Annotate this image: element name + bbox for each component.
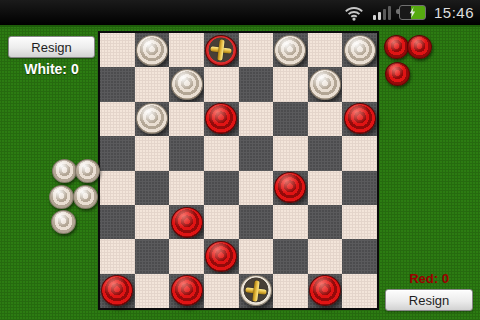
square-r3c3[interactable] <box>204 136 239 170</box>
square-r0c2[interactable] <box>169 33 204 67</box>
status-bar: 15:46 <box>0 0 480 25</box>
white-man-piece[interactable] <box>344 35 376 66</box>
square-r2c1[interactable] <box>135 102 170 136</box>
white-score-label: White: 0 <box>8 61 95 77</box>
square-r7c6[interactable] <box>308 274 343 308</box>
square-r0c3[interactable] <box>204 33 239 67</box>
square-r5c4[interactable] <box>239 205 274 239</box>
square-r4c5[interactable] <box>273 171 308 205</box>
square-r5c1[interactable] <box>135 205 170 239</box>
red-score-label: Red: 0 <box>385 271 473 286</box>
square-r0c0[interactable] <box>100 33 135 67</box>
square-r5c5[interactable] <box>273 205 308 239</box>
square-r6c6[interactable] <box>308 239 343 273</box>
square-r6c7[interactable] <box>342 239 377 273</box>
lightning-bolt-icon <box>408 7 417 18</box>
square-r4c7[interactable] <box>342 171 377 205</box>
square-r7c5[interactable] <box>273 274 308 308</box>
red-man-piece[interactable] <box>205 241 237 272</box>
square-r5c0[interactable] <box>100 205 135 239</box>
square-r2c2[interactable] <box>169 102 204 136</box>
square-r5c6[interactable] <box>308 205 343 239</box>
white-tray-piece <box>52 159 77 183</box>
square-r1c6[interactable] <box>308 67 343 101</box>
white-man-piece[interactable] <box>274 35 306 66</box>
wifi-icon <box>343 5 365 21</box>
white-man-piece[interactable] <box>171 69 203 100</box>
square-r3c6[interactable] <box>308 136 343 170</box>
square-r4c3[interactable] <box>204 171 239 205</box>
square-r1c3[interactable] <box>204 67 239 101</box>
square-r1c4[interactable] <box>239 67 274 101</box>
square-r4c1[interactable] <box>135 171 170 205</box>
clock-time: 15:46 <box>434 4 474 21</box>
square-r7c2[interactable] <box>169 274 204 308</box>
red-man-piece[interactable] <box>344 103 376 134</box>
board <box>98 31 379 310</box>
red-resign-button[interactable]: Resign <box>385 289 473 311</box>
square-r4c6[interactable] <box>308 171 343 205</box>
white-man-piece[interactable] <box>136 35 168 66</box>
square-r0c1[interactable] <box>135 33 170 67</box>
white-tray-piece <box>73 185 98 209</box>
red-man-piece[interactable] <box>309 275 341 306</box>
red-tray-piece <box>384 35 409 59</box>
square-r1c2[interactable] <box>169 67 204 101</box>
square-r0c5[interactable] <box>273 33 308 67</box>
square-r2c4[interactable] <box>239 102 274 136</box>
square-r4c2[interactable] <box>169 171 204 205</box>
red-tray-piece <box>407 35 432 59</box>
red-man-piece[interactable] <box>171 207 203 238</box>
white-man-piece[interactable] <box>136 103 168 134</box>
square-r7c1[interactable] <box>135 274 170 308</box>
red-man-piece[interactable] <box>274 172 306 203</box>
square-r4c0[interactable] <box>100 171 135 205</box>
square-r2c3[interactable] <box>204 102 239 136</box>
square-r5c2[interactable] <box>169 205 204 239</box>
square-r2c0[interactable] <box>100 102 135 136</box>
square-r3c5[interactable] <box>273 136 308 170</box>
square-r7c7[interactable] <box>342 274 377 308</box>
red-man-piece[interactable] <box>171 275 203 306</box>
square-r3c7[interactable] <box>342 136 377 170</box>
square-r3c1[interactable] <box>135 136 170 170</box>
square-r6c1[interactable] <box>135 239 170 273</box>
square-r6c5[interactable] <box>273 239 308 273</box>
square-r1c0[interactable] <box>100 67 135 101</box>
square-r6c0[interactable] <box>100 239 135 273</box>
square-r6c4[interactable] <box>239 239 274 273</box>
square-r0c7[interactable] <box>342 33 377 67</box>
square-r2c5[interactable] <box>273 102 308 136</box>
white-tray-piece <box>75 159 100 183</box>
white-tray-piece <box>49 185 74 209</box>
square-r4c4[interactable] <box>239 171 274 205</box>
square-r3c0[interactable] <box>100 136 135 170</box>
square-r2c6[interactable] <box>308 102 343 136</box>
white-tray-piece <box>51 210 76 234</box>
app-screen: 15:46 Resign White: 0 Red: 0 Resign <box>0 0 480 320</box>
square-r5c3[interactable] <box>204 205 239 239</box>
square-r7c0[interactable] <box>100 274 135 308</box>
square-r0c6[interactable] <box>308 33 343 67</box>
battery-charging-icon <box>399 5 426 20</box>
white-man-piece[interactable] <box>309 69 341 100</box>
square-r1c1[interactable] <box>135 67 170 101</box>
square-r7c3[interactable] <box>204 274 239 308</box>
square-r6c3[interactable] <box>204 239 239 273</box>
square-r2c7[interactable] <box>342 102 377 136</box>
red-man-piece[interactable] <box>205 103 237 134</box>
square-r1c7[interactable] <box>342 67 377 101</box>
square-r3c2[interactable] <box>169 136 204 170</box>
square-r3c4[interactable] <box>239 136 274 170</box>
red-man-piece[interactable] <box>101 275 133 306</box>
red-king-piece[interactable] <box>205 35 237 66</box>
square-r6c2[interactable] <box>169 239 204 273</box>
square-r1c5[interactable] <box>273 67 308 101</box>
white-king-piece[interactable] <box>240 275 272 306</box>
signal-strength-icon <box>373 5 391 20</box>
square-r7c4[interactable] <box>239 274 274 308</box>
square-r5c7[interactable] <box>342 205 377 239</box>
white-resign-button[interactable]: Resign <box>8 36 95 58</box>
square-r0c4[interactable] <box>239 33 274 67</box>
red-tray-piece <box>385 62 410 86</box>
